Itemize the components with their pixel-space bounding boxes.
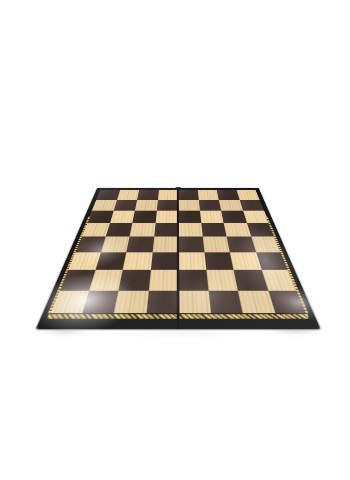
square-f5 bbox=[200, 223, 226, 237]
square-e2 bbox=[178, 270, 208, 290]
chessboard-scene bbox=[0, 0, 350, 480]
square-b2 bbox=[88, 270, 122, 290]
square-b4 bbox=[100, 236, 129, 252]
square-e3 bbox=[178, 252, 206, 270]
square-h8 bbox=[236, 190, 259, 200]
square-b7 bbox=[113, 200, 137, 211]
square-c4 bbox=[126, 236, 153, 252]
square-c3 bbox=[122, 252, 152, 270]
square-c7 bbox=[134, 200, 157, 211]
square-e6 bbox=[178, 211, 201, 223]
square-g8 bbox=[216, 190, 238, 200]
square-d3 bbox=[150, 252, 178, 270]
square-h7 bbox=[239, 200, 264, 211]
square-c2 bbox=[118, 270, 150, 290]
square-e4 bbox=[178, 236, 204, 252]
square-f2 bbox=[205, 270, 237, 290]
square-e7 bbox=[178, 200, 200, 211]
product-photo bbox=[0, 0, 350, 480]
square-f1 bbox=[207, 290, 242, 314]
square-c6 bbox=[132, 211, 156, 223]
square-f3 bbox=[203, 252, 233, 270]
square-b8 bbox=[116, 190, 138, 200]
square-d5 bbox=[153, 223, 177, 237]
square-b3 bbox=[94, 252, 125, 270]
square-e8 bbox=[178, 190, 198, 200]
square-d2 bbox=[148, 270, 178, 290]
square-g7 bbox=[218, 200, 242, 211]
square-d8 bbox=[157, 190, 177, 200]
square-b5 bbox=[105, 223, 132, 237]
square-g6 bbox=[221, 211, 246, 223]
square-f6 bbox=[199, 211, 223, 223]
square-d6 bbox=[155, 211, 178, 223]
square-c8 bbox=[137, 190, 158, 200]
square-d1 bbox=[145, 290, 177, 314]
square-d4 bbox=[152, 236, 178, 252]
chessboard bbox=[35, 188, 320, 329]
fold-seam bbox=[176, 188, 180, 329]
square-d7 bbox=[156, 200, 178, 211]
square-e1 bbox=[178, 290, 210, 314]
square-f8 bbox=[197, 190, 218, 200]
hinge-notch bbox=[175, 187, 181, 189]
square-b6 bbox=[109, 211, 134, 223]
square-e5 bbox=[178, 223, 202, 237]
square-c5 bbox=[129, 223, 155, 237]
square-f7 bbox=[198, 200, 221, 211]
square-f4 bbox=[202, 236, 229, 252]
square-c1 bbox=[113, 290, 148, 314]
square-h6 bbox=[242, 211, 269, 223]
square-a8 bbox=[96, 190, 119, 200]
